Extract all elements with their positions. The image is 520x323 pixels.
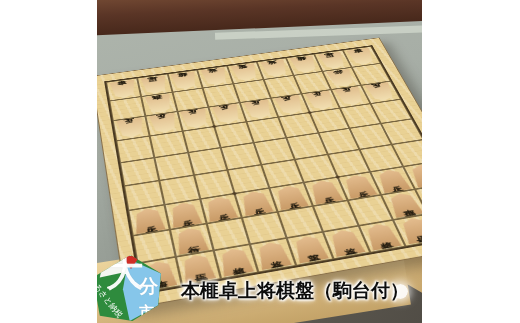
shogi-board: 香車桂馬銀将金将玉将金将銀将桂馬香車飛車角行歩兵歩兵歩兵歩兵歩兵歩兵歩兵歩兵歩兵… [104,45,422,295]
piece-kanji: 歩兵 [250,202,261,204]
piece-kanji: 歩兵 [285,105,295,106]
shogi-piece: 金将 [254,240,293,270]
shogi-piece: 歩兵 [243,99,275,120]
piece-kanji: 歩兵 [215,207,227,209]
shogi-piece: 歩兵 [116,117,147,139]
shogi-piece: 歩兵 [132,206,167,234]
piece-kanji: 玉将 [240,72,250,73]
piece-kanji: 香車 [118,89,128,90]
piece-kanji: 歩兵 [143,219,155,221]
piece-kanji: 歩兵 [158,123,169,125]
shogi-piece: 飛車 [385,191,422,218]
piece-kanji: 桂馬 [192,267,204,269]
shogi-piece: 歩兵 [364,82,398,102]
piece-kanji: 金将 [270,68,280,69]
piece-kanji: 香車 [357,56,366,57]
piece-kanji: 桂馬 [328,60,337,61]
shogi-piece: 歩兵 [238,189,274,216]
piece-kanji: 金将 [210,76,220,77]
piece-kanji: 歩兵 [316,100,326,101]
shogi-piece: 歩兵 [168,201,203,228]
piece-kanji: 歩兵 [320,190,331,192]
piece-kanji: 歩兵 [222,114,232,115]
piece-kanji: 歩兵 [387,180,398,182]
piece-kanji: 金将 [340,241,352,243]
piece-kanji: 角行 [337,77,347,78]
piece-kanji: 歩兵 [420,174,422,176]
piece-kanji: 歩兵 [346,96,356,97]
piece-kanji: 王将 [304,248,316,250]
shogi-piece: 歩兵 [273,184,310,210]
product-image-card: 香車桂馬銀将金将玉将金将銀将桂馬香車飛車角行歩兵歩兵歩兵歩兵歩兵歩兵歩兵歩兵歩兵… [0,0,520,323]
piece-kanji: 銀将 [180,80,190,81]
piece-kanji: 飛車 [154,103,164,104]
piece-kanji: 銀将 [230,260,242,262]
shogi-piece: 歩兵 [203,195,239,222]
shogi-piece: 銀将 [217,246,255,277]
piece-kanji: 飛車 [399,204,410,206]
piece-kanji: 歩兵 [376,91,386,92]
product-caption: 本榧卓上将棋盤（駒台付） [181,278,409,304]
shogi-piece: 王将 [290,234,329,264]
piece-kanji: 金将 [267,254,279,256]
piece-kanji: 桂馬 [149,84,159,85]
piece-kanji: 桂馬 [412,229,422,231]
star-point [335,175,340,178]
piece-kanji: 歩兵 [285,196,296,198]
shogi-piece: 歩兵 [180,108,211,130]
shogi-piece: 角行 [173,226,209,255]
piece-kanji: 銀将 [299,64,308,65]
shogi-piece: 歩兵 [304,91,337,112]
product-photo: 香車桂馬銀将金将玉将金将銀将桂馬香車飛車角行歩兵歩兵歩兵歩兵歩兵歩兵歩兵歩兵歩兵… [97,0,422,323]
piece-kanji: 歩兵 [126,127,137,129]
shogi-piece: 歩兵 [307,179,344,205]
piece-kanji: 歩兵 [190,118,200,120]
shogi-piece: 歩兵 [274,95,307,116]
shogi-piece: 歩兵 [212,104,244,125]
logo-city-char-2: 分 [139,277,158,296]
piece-kanji: 銀将 [376,235,388,237]
shogi-piece: 歩兵 [148,113,179,135]
piece-kanji: 歩兵 [179,213,191,215]
piece-kanji: 歩兵 [354,185,365,187]
piece-kanji: 角行 [185,239,197,241]
piece-kanji: 歩兵 [254,109,264,110]
